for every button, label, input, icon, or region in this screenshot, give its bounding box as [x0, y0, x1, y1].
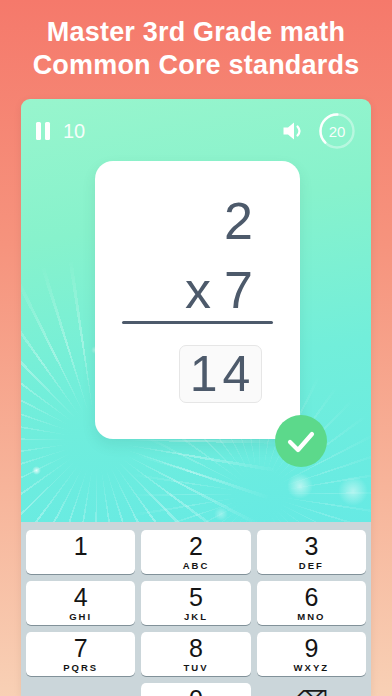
key-digit: 0	[189, 686, 203, 696]
timer-badge: 20	[318, 112, 356, 150]
key-8[interactable]: 8 TUV	[141, 632, 250, 676]
hud-bar: 10 20	[21, 99, 371, 163]
key-letters: MNO	[297, 611, 325, 623]
key-5[interactable]: 5 JKL	[141, 581, 250, 625]
key-backspace[interactable]: ⌫	[257, 683, 366, 696]
key-digit: 1	[74, 533, 88, 560]
key-letters: GHI	[69, 611, 92, 623]
key-digit: 6	[304, 584, 318, 611]
key-digit: 7	[74, 635, 88, 662]
checkmark-icon	[275, 415, 327, 467]
key-6[interactable]: 6 MNO	[257, 581, 366, 625]
app-store-screenshot: Master 3rd Grade math Common Core standa…	[0, 0, 392, 696]
key-digit: 4	[74, 584, 88, 611]
pause-button[interactable]	[36, 122, 50, 140]
phone-frame: 10 20 2 x 7	[21, 99, 371, 696]
banner-line-2: Common Core standards	[0, 49, 392, 82]
key-9[interactable]: 9 WXYZ	[257, 632, 366, 676]
keypad: 1 2 ABC 3 DEF 4 GHI	[21, 522, 371, 696]
key-letters: ABC	[183, 560, 210, 572]
operator-row: x 7	[185, 262, 253, 318]
progress-count: 10	[63, 120, 85, 143]
key-letters: DEF	[299, 560, 324, 572]
key-1[interactable]: 1	[26, 530, 135, 574]
key-digit: 5	[189, 584, 203, 611]
correct-check-button[interactable]	[275, 415, 327, 467]
game-screen: 10 20 2 x 7	[21, 99, 371, 522]
key-letters: PQRS	[63, 662, 98, 674]
equals-rule	[122, 321, 273, 324]
bottom-operand: 7	[224, 262, 253, 318]
key-digit: 2	[189, 533, 203, 560]
speaker-icon[interactable]	[281, 121, 305, 141]
sparkle-dot	[287, 473, 313, 499]
banner: Master 3rd Grade math Common Core standa…	[0, 0, 392, 99]
top-operand: 2	[224, 193, 253, 249]
operator: x	[185, 262, 211, 318]
key-letters: WXYZ	[294, 662, 329, 674]
key-digit: 3	[304, 533, 318, 560]
key-digit: 9	[304, 635, 318, 662]
key-2[interactable]: 2 ABC	[141, 530, 250, 574]
key-4[interactable]: 4 GHI	[26, 581, 135, 625]
key-7[interactable]: 7 PQRS	[26, 632, 135, 676]
banner-line-1: Master 3rd Grade math	[0, 16, 392, 49]
key-letters: TUV	[183, 662, 208, 674]
key-digit: ⌫	[294, 686, 328, 696]
key-digit: 8	[189, 635, 203, 662]
sparkle-dot	[32, 466, 41, 475]
sparkle-dot	[338, 476, 368, 506]
timer-value: 20	[318, 112, 356, 150]
key-0[interactable]: 0	[141, 683, 250, 696]
answer-input[interactable]: 14	[179, 345, 262, 403]
key-3[interactable]: 3 DEF	[257, 530, 366, 574]
flashcard: 2 x 7 14	[95, 161, 300, 439]
sparkle-dot	[214, 507, 228, 521]
key-letters: JKL	[184, 611, 208, 623]
